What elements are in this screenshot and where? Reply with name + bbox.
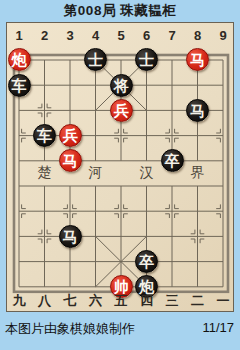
piece-black-advisor[interactable]: 士 [135,48,158,71]
file-label: 6 [134,25,160,45]
file-label: 八 [32,291,58,311]
file-label: 5 [108,25,134,45]
page-indicator: 11/17 [202,320,234,335]
piece-black-horse[interactable]: 马 [186,99,209,122]
piece-red-cannon[interactable]: 炮 [8,48,31,71]
piece-red-horse[interactable]: 马 [59,149,82,172]
piece-black-soldier[interactable]: 卒 [161,149,184,172]
file-label: 2 [32,25,58,45]
credit-text: 本图片由象棋娘娘制作 [5,320,135,338]
piece-black-soldier[interactable]: 卒 [135,250,158,273]
file-label: 1 [6,25,32,45]
footer: 本图片由象棋娘娘制作 11/17 [0,314,240,350]
piece-red-soldier[interactable]: 兵 [110,99,133,122]
file-label: 3 [57,25,83,45]
file-label: 七 [57,291,83,311]
file-label: 9 [210,25,236,45]
piece-black-chariot[interactable]: 车 [8,74,31,97]
piece-black-chariot[interactable]: 车 [33,124,56,147]
piece-grid: 炮马兵兵马帅士士车将马车卒马卒炮 [6,47,236,299]
file-label: 8 [185,25,211,45]
file-label: 六 [83,291,109,311]
piece-black-horse[interactable]: 马 [59,225,82,248]
file-label: 7 [159,25,185,45]
piece-black-advisor[interactable]: 士 [84,48,107,71]
file-label: 五 [108,291,134,311]
file-labels-top: 123456789 [6,25,236,45]
piece-red-horse[interactable]: 马 [186,48,209,71]
file-labels-bottom: 九八七六五四三二一 [6,291,236,311]
puzzle-title: 第008局 珠藏韫柜 [0,1,240,21]
file-label: 九 [6,291,32,311]
file-label: 4 [83,25,109,45]
file-label: 一 [210,291,236,311]
piece-red-soldier[interactable]: 兵 [59,124,82,147]
file-label: 三 [159,291,185,311]
file-label: 四 [134,291,160,311]
xiangqi-board: 123456789 楚河汉界 炮马兵兵马帅士士车将马车卒马卒炮 九八七六五四三二… [6,22,234,312]
file-label: 二 [185,291,211,311]
piece-black-general[interactable]: 将 [110,74,133,97]
